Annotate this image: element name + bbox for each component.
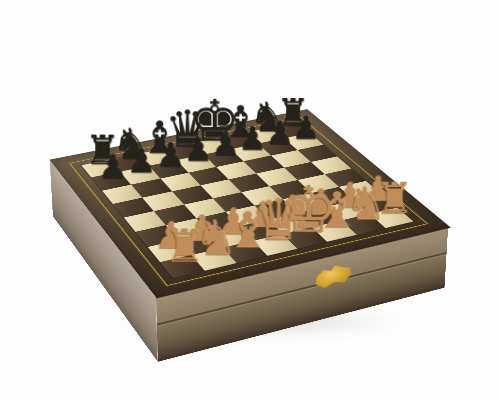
photo-stage: ♜♞♝♛♚♝♞♜♟♟♟♟♟♟♟♟♟♟♟♟♟♟♟♟♜♞♝♛♚♝♞♜ bbox=[0, 0, 500, 400]
piece-black-pawn[interactable]: ♟ bbox=[93, 149, 133, 183]
piece-white-rook[interactable]: ♜ bbox=[158, 224, 212, 269]
chess-box: ♜♞♝♛♚♝♞♜♟♟♟♟♟♟♟♟♟♟♟♟♟♟♟♟♜♞♝♛♚♝♞♜ bbox=[50, 110, 449, 298]
brass-clasp-icon bbox=[313, 261, 352, 291]
scene: ♜♞♝♛♚♝♞♜♟♟♟♟♟♟♟♟♟♟♟♟♟♟♟♟♜♞♝♛♚♝♞♜ bbox=[0, 0, 500, 400]
